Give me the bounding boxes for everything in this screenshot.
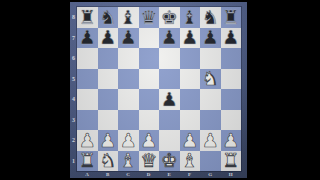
file-label-g: G: [200, 171, 221, 178]
rank-label-6: 6: [70, 48, 77, 69]
square-b7[interactable]: ♟: [98, 28, 119, 49]
square-h6[interactable]: [221, 48, 242, 69]
white-pawn-h2[interactable]: ♟: [222, 130, 239, 149]
square-h3[interactable]: [221, 110, 242, 131]
square-c2[interactable]: ♟: [118, 130, 139, 151]
square-e8[interactable]: ♚: [159, 7, 180, 28]
white-queen-d1[interactable]: ♛: [140, 151, 157, 170]
square-h5[interactable]: [221, 69, 242, 90]
square-h8[interactable]: ♜: [221, 7, 242, 28]
square-h4[interactable]: [221, 89, 242, 110]
black-rook-a8[interactable]: ♜: [79, 7, 96, 26]
square-d7[interactable]: [139, 28, 160, 49]
square-e6[interactable]: [159, 48, 180, 69]
white-pawn-a2[interactable]: ♟: [79, 130, 96, 149]
black-pawn-c7[interactable]: ♟: [120, 28, 137, 47]
rank-label-3: 3: [70, 110, 77, 131]
white-rook-h1[interactable]: ♜: [222, 151, 239, 170]
square-c8[interactable]: ♝: [118, 7, 139, 28]
white-pawn-f2[interactable]: ♟: [181, 130, 198, 149]
black-pawn-e7[interactable]: ♟: [161, 28, 178, 47]
black-pawn-a7[interactable]: ♟: [79, 28, 96, 47]
white-pawn-b2[interactable]: ♟: [99, 130, 116, 149]
square-a7[interactable]: ♟: [77, 28, 98, 49]
white-pawn-d2[interactable]: ♟: [140, 130, 157, 149]
square-f2[interactable]: ♟: [180, 130, 201, 151]
square-g4[interactable]: [200, 89, 221, 110]
square-f7[interactable]: ♟: [180, 28, 201, 49]
file-label-f: F: [180, 171, 201, 178]
file-label-d: D: [139, 171, 160, 178]
black-pawn-b7[interactable]: ♟: [99, 28, 116, 47]
square-c7[interactable]: ♟: [118, 28, 139, 49]
square-a8[interactable]: ♜: [77, 7, 98, 28]
white-knight-g5[interactable]: ♞: [202, 69, 219, 88]
black-king-e8[interactable]: ♚: [161, 7, 178, 26]
white-pawn-g2[interactable]: ♟: [202, 130, 219, 149]
square-b2[interactable]: ♟: [98, 130, 119, 151]
black-knight-b8[interactable]: ♞: [99, 7, 116, 26]
white-king-e1[interactable]: ♚: [161, 151, 178, 170]
square-g8[interactable]: ♞: [200, 7, 221, 28]
screenshot-canvas: 87654321 ABCDEFGH ♜♞♝♛♚♝♞♜♟♟♟♟♟♟♟♞♟♟♟♟♟♟…: [0, 0, 320, 180]
square-f1[interactable]: ♝: [180, 151, 201, 172]
square-a4[interactable]: [77, 89, 98, 110]
square-b5[interactable]: [98, 69, 119, 90]
square-f6[interactable]: [180, 48, 201, 69]
square-e5[interactable]: [159, 69, 180, 90]
black-pawn-g7[interactable]: ♟: [202, 28, 219, 47]
square-g5[interactable]: ♞: [200, 69, 221, 90]
square-b4[interactable]: [98, 89, 119, 110]
square-g1[interactable]: [200, 151, 221, 172]
square-g3[interactable]: [200, 110, 221, 131]
square-a2[interactable]: ♟: [77, 130, 98, 151]
file-label-h: H: [221, 171, 242, 178]
square-g7[interactable]: ♟: [200, 28, 221, 49]
square-b1[interactable]: ♞: [98, 151, 119, 172]
square-b6[interactable]: [98, 48, 119, 69]
square-e1[interactable]: ♚: [159, 151, 180, 172]
file-labels: ABCDEFGH: [77, 171, 241, 178]
file-label-b: B: [98, 171, 119, 178]
square-e3[interactable]: [159, 110, 180, 131]
square-h2[interactable]: ♟: [221, 130, 242, 151]
rank-label-5: 5: [70, 69, 77, 90]
square-c3[interactable]: [118, 110, 139, 131]
square-a6[interactable]: [77, 48, 98, 69]
chess-board-frame: 87654321 ABCDEFGH ♜♞♝♛♚♝♞♜♟♟♟♟♟♟♟♞♟♟♟♟♟♟…: [70, 2, 247, 178]
rank-label-7: 7: [70, 28, 77, 49]
rank-label-8: 8: [70, 7, 77, 28]
black-knight-g8[interactable]: ♞: [202, 7, 219, 26]
square-g2[interactable]: ♟: [200, 130, 221, 151]
square-e2[interactable]: [159, 130, 180, 151]
square-f5[interactable]: [180, 69, 201, 90]
square-f8[interactable]: ♝: [180, 7, 201, 28]
file-label-a: A: [77, 171, 98, 178]
black-queen-d8[interactable]: ♛: [140, 7, 157, 26]
rank-label-1: 1: [70, 151, 77, 172]
board-grid: ♜♞♝♛♚♝♞♜♟♟♟♟♟♟♟♞♟♟♟♟♟♟♟♟♜♞♝♛♚♝♜: [77, 7, 241, 171]
square-f3[interactable]: [180, 110, 201, 131]
square-d4[interactable]: [139, 89, 160, 110]
square-c5[interactable]: [118, 69, 139, 90]
black-rook-h8[interactable]: ♜: [222, 7, 239, 26]
square-b8[interactable]: ♞: [98, 7, 119, 28]
black-bishop-f8[interactable]: ♝: [181, 7, 198, 26]
square-b3[interactable]: [98, 110, 119, 131]
rank-labels: 87654321: [70, 7, 77, 171]
black-pawn-e4[interactable]: ♟: [161, 89, 178, 108]
square-a1[interactable]: ♜: [77, 151, 98, 172]
square-d8[interactable]: ♛: [139, 7, 160, 28]
black-bishop-c8[interactable]: ♝: [120, 7, 137, 26]
square-d3[interactable]: [139, 110, 160, 131]
square-d2[interactable]: ♟: [139, 130, 160, 151]
white-bishop-f1[interactable]: ♝: [181, 151, 198, 170]
square-d1[interactable]: ♛: [139, 151, 160, 172]
square-h7[interactable]: ♟: [221, 28, 242, 49]
square-f4[interactable]: [180, 89, 201, 110]
square-d6[interactable]: [139, 48, 160, 69]
square-h1[interactable]: ♜: [221, 151, 242, 172]
black-pawn-f7[interactable]: ♟: [181, 28, 198, 47]
rank-label-2: 2: [70, 130, 77, 151]
square-g6[interactable]: [200, 48, 221, 69]
square-c1[interactable]: ♝: [118, 151, 139, 172]
black-pawn-h7[interactable]: ♟: [222, 28, 239, 47]
white-rook-a1[interactable]: ♜: [79, 151, 96, 170]
rank-label-4: 4: [70, 89, 77, 110]
white-bishop-c1[interactable]: ♝: [120, 151, 137, 170]
square-a3[interactable]: [77, 110, 98, 131]
white-knight-b1[interactable]: ♞: [99, 151, 116, 170]
square-c6[interactable]: [118, 48, 139, 69]
square-c4[interactable]: [118, 89, 139, 110]
file-label-c: C: [118, 171, 139, 178]
square-a5[interactable]: [77, 69, 98, 90]
square-d5[interactable]: [139, 69, 160, 90]
square-e4[interactable]: ♟: [159, 89, 180, 110]
file-label-e: E: [159, 171, 180, 178]
white-pawn-c2[interactable]: ♟: [120, 130, 137, 149]
square-e7[interactable]: ♟: [159, 28, 180, 49]
